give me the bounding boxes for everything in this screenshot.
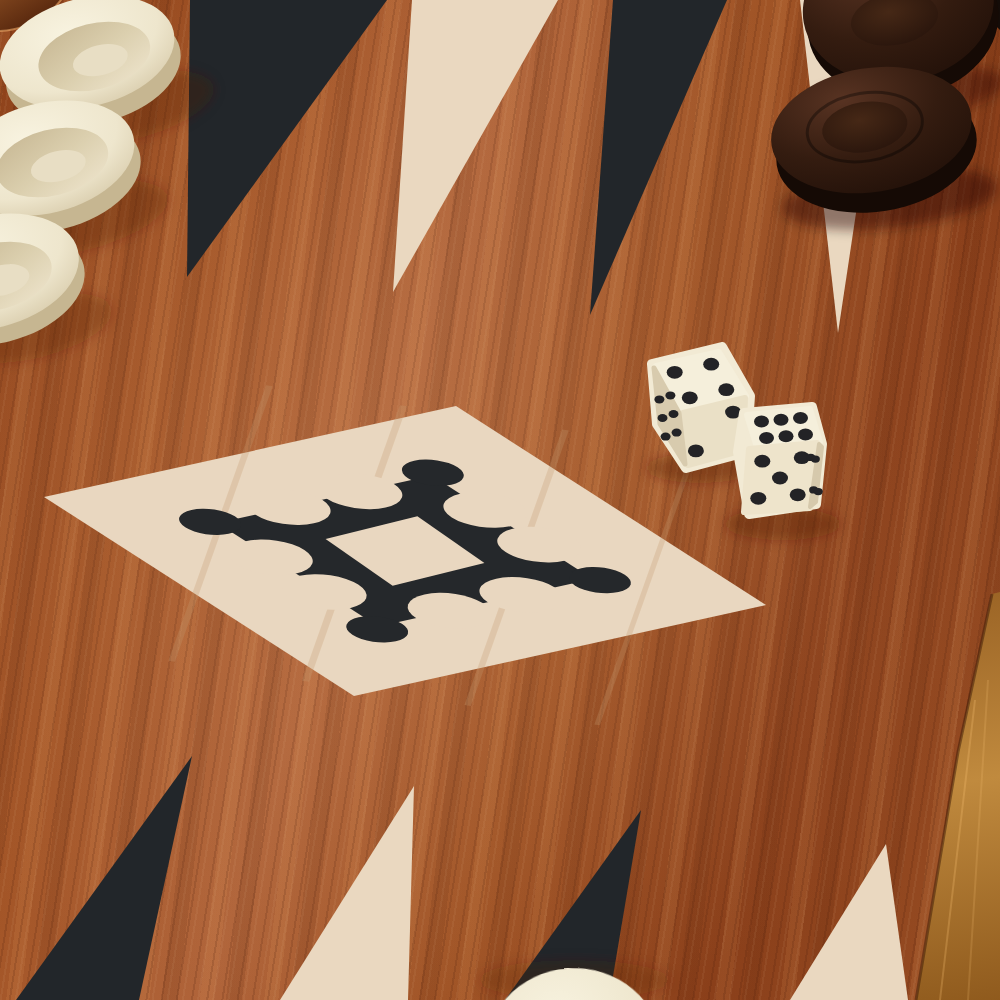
die-pip: [754, 416, 769, 428]
backgammon-board-photo: Close-up angled overhead photo of a wood…: [0, 0, 1000, 1000]
die-pip: [718, 383, 734, 396]
die-pip: [814, 488, 823, 495]
point-top-3-black[interactable]: [590, 0, 727, 315]
point-bottom-1-black[interactable]: [16, 756, 192, 1000]
right-die-front-face: [744, 443, 817, 512]
die-pip: [793, 412, 808, 424]
die-pip: [772, 472, 788, 485]
point-top-2-cream[interactable]: [393, 0, 558, 292]
point-bottom-4-cream[interactable]: [790, 844, 908, 1000]
board-frame-edge: [916, 592, 1000, 1000]
die-pip: [774, 414, 789, 426]
die-pip: [754, 455, 770, 468]
die-pip: [779, 430, 794, 442]
die-pip: [661, 433, 671, 441]
die-pip: [682, 391, 698, 404]
die-pip: [667, 366, 683, 379]
die-pip: [790, 488, 806, 501]
board-scene: [0, 0, 1000, 1000]
die-pip: [672, 429, 682, 437]
die-pip: [798, 428, 813, 440]
die-pip: [658, 414, 668, 422]
die-pip: [703, 358, 719, 371]
die-pip: [811, 456, 820, 463]
die-pip: [669, 410, 679, 418]
right-die[interactable]: [738, 407, 823, 514]
points-bottom: [16, 756, 908, 1000]
die-pip: [665, 391, 675, 399]
die-pip: [750, 492, 766, 505]
die-pip: [688, 445, 704, 458]
die-pip: [654, 395, 664, 403]
point-bottom-2-cream[interactable]: [280, 786, 414, 1000]
die-pip: [759, 432, 774, 444]
point-top-1-black[interactable]: [187, 0, 387, 277]
